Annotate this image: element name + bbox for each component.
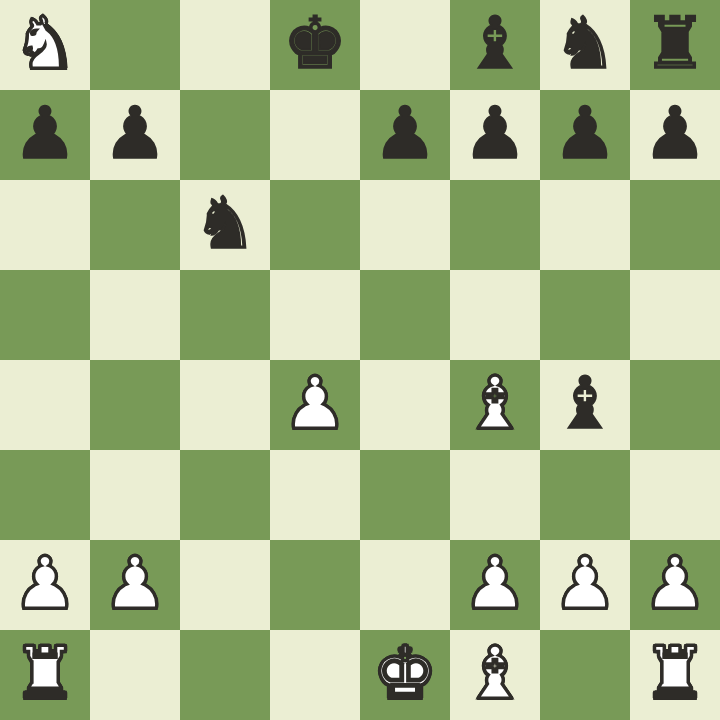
square-c4[interactable]: [180, 360, 270, 450]
square-a1[interactable]: ♜: [0, 630, 90, 720]
square-h5[interactable]: [630, 270, 720, 360]
piece-white-bishop[interactable]: ♝: [450, 630, 540, 720]
piece-black-pawn[interactable]: ♟: [90, 90, 180, 180]
square-c6[interactable]: ♞: [180, 180, 270, 270]
square-f5[interactable]: [450, 270, 540, 360]
square-f8[interactable]: ♝: [450, 0, 540, 90]
square-e6[interactable]: [360, 180, 450, 270]
piece-white-pawn[interactable]: ♟: [0, 540, 90, 630]
piece-black-pawn[interactable]: ♟: [630, 90, 720, 180]
square-d3[interactable]: [270, 450, 360, 540]
square-h4[interactable]: [630, 360, 720, 450]
square-b8[interactable]: [90, 0, 180, 90]
square-e4[interactable]: [360, 360, 450, 450]
piece-white-pawn[interactable]: ♟: [450, 540, 540, 630]
piece-white-knight[interactable]: ♞: [0, 0, 90, 90]
square-d6[interactable]: [270, 180, 360, 270]
square-b3[interactable]: [90, 450, 180, 540]
piece-black-bishop[interactable]: ♝: [540, 360, 630, 450]
piece-black-pawn[interactable]: ♟: [540, 90, 630, 180]
square-d5[interactable]: [270, 270, 360, 360]
square-a8[interactable]: ♞: [0, 0, 90, 90]
square-h7[interactable]: ♟: [630, 90, 720, 180]
square-c8[interactable]: [180, 0, 270, 90]
square-a3[interactable]: [0, 450, 90, 540]
square-e8[interactable]: [360, 0, 450, 90]
square-g3[interactable]: [540, 450, 630, 540]
piece-white-pawn[interactable]: ♟: [90, 540, 180, 630]
square-a7[interactable]: ♟: [0, 90, 90, 180]
piece-white-rook[interactable]: ♜: [0, 630, 90, 720]
piece-white-pawn[interactable]: ♟: [630, 540, 720, 630]
square-h8[interactable]: ♜: [630, 0, 720, 90]
piece-white-bishop[interactable]: ♝: [450, 360, 540, 450]
square-d8[interactable]: ♚: [270, 0, 360, 90]
square-g1[interactable]: [540, 630, 630, 720]
square-d2[interactable]: [270, 540, 360, 630]
piece-black-knight[interactable]: ♞: [180, 180, 270, 270]
square-c1[interactable]: [180, 630, 270, 720]
square-a4[interactable]: [0, 360, 90, 450]
square-b6[interactable]: [90, 180, 180, 270]
square-d4[interactable]: ♟: [270, 360, 360, 450]
square-d7[interactable]: [270, 90, 360, 180]
square-d1[interactable]: [270, 630, 360, 720]
piece-black-knight[interactable]: ♞: [540, 0, 630, 90]
square-f4[interactable]: ♝: [450, 360, 540, 450]
square-a5[interactable]: [0, 270, 90, 360]
square-e1[interactable]: ♚: [360, 630, 450, 720]
square-c2[interactable]: [180, 540, 270, 630]
chess-board[interactable]: ♞♚♝♞♜♟♟♟♟♟♟♞♟♝♝♟♟♟♟♟♜♚♝♜: [0, 0, 720, 720]
square-b2[interactable]: ♟: [90, 540, 180, 630]
square-c5[interactable]: [180, 270, 270, 360]
piece-black-pawn[interactable]: ♟: [0, 90, 90, 180]
square-g4[interactable]: ♝: [540, 360, 630, 450]
square-g5[interactable]: [540, 270, 630, 360]
square-f6[interactable]: [450, 180, 540, 270]
square-b7[interactable]: ♟: [90, 90, 180, 180]
square-f2[interactable]: ♟: [450, 540, 540, 630]
square-h2[interactable]: ♟: [630, 540, 720, 630]
square-g6[interactable]: [540, 180, 630, 270]
square-g2[interactable]: ♟: [540, 540, 630, 630]
square-h6[interactable]: [630, 180, 720, 270]
piece-black-bishop[interactable]: ♝: [450, 0, 540, 90]
square-f3[interactable]: [450, 450, 540, 540]
square-a2[interactable]: ♟: [0, 540, 90, 630]
square-b4[interactable]: [90, 360, 180, 450]
square-f7[interactable]: ♟: [450, 90, 540, 180]
square-b1[interactable]: [90, 630, 180, 720]
square-e3[interactable]: [360, 450, 450, 540]
square-c3[interactable]: [180, 450, 270, 540]
piece-black-pawn[interactable]: ♟: [450, 90, 540, 180]
square-f1[interactable]: ♝: [450, 630, 540, 720]
piece-black-rook[interactable]: ♜: [630, 0, 720, 90]
piece-white-pawn[interactable]: ♟: [270, 360, 360, 450]
piece-black-king[interactable]: ♚: [270, 0, 360, 90]
square-e5[interactable]: [360, 270, 450, 360]
square-g7[interactable]: ♟: [540, 90, 630, 180]
square-a6[interactable]: [0, 180, 90, 270]
square-e7[interactable]: ♟: [360, 90, 450, 180]
square-e2[interactable]: [360, 540, 450, 630]
piece-white-rook[interactable]: ♜: [630, 630, 720, 720]
piece-black-pawn[interactable]: ♟: [360, 90, 450, 180]
piece-white-king[interactable]: ♚: [360, 630, 450, 720]
square-h1[interactable]: ♜: [630, 630, 720, 720]
square-h3[interactable]: [630, 450, 720, 540]
piece-white-pawn[interactable]: ♟: [540, 540, 630, 630]
square-c7[interactable]: [180, 90, 270, 180]
square-b5[interactable]: [90, 270, 180, 360]
square-g8[interactable]: ♞: [540, 0, 630, 90]
